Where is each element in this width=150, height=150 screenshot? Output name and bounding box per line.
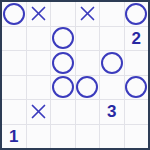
cell-r2c4[interactable] [76, 27, 100, 51]
cell-r3c6[interactable] [125, 51, 149, 75]
cell-r2c5[interactable] [100, 27, 124, 51]
cell-r1c2[interactable] [27, 2, 51, 26]
cell-r5c5: 3 [100, 100, 124, 124]
cell-r6c5[interactable] [100, 125, 124, 149]
cell-r1c1[interactable] [2, 2, 26, 26]
cell-r3c5[interactable] [100, 51, 124, 75]
mine-circle-mark [101, 52, 123, 74]
cell-r5c3[interactable] [51, 100, 75, 124]
clue-number: 3 [107, 103, 116, 120]
cell-r4c4[interactable] [76, 76, 100, 100]
cell-r6c4[interactable] [76, 125, 100, 149]
cell-r5c6[interactable] [125, 100, 149, 124]
cross-mark [31, 6, 46, 21]
cell-r6c3[interactable] [51, 125, 75, 149]
cell-r6c1: 1 [2, 125, 26, 149]
mine-circle-mark [52, 27, 74, 49]
cell-r4c5[interactable] [100, 76, 124, 100]
mine-circle-mark [125, 76, 147, 98]
cell-r2c6: 2 [125, 27, 149, 51]
mine-circle-mark [76, 76, 98, 98]
cell-r1c6[interactable] [125, 2, 149, 26]
puzzle-board: 231 [0, 0, 150, 150]
cell-r2c3[interactable] [51, 27, 75, 51]
cell-r6c2[interactable] [27, 125, 51, 149]
mine-circle-mark [52, 52, 74, 74]
cell-r3c1[interactable] [2, 51, 26, 75]
cell-r2c2[interactable] [27, 27, 51, 51]
mine-circle-mark [3, 3, 25, 25]
cell-r4c6[interactable] [125, 76, 149, 100]
clue-number: 2 [132, 30, 141, 47]
cross-mark [31, 104, 46, 119]
cell-r5c1[interactable] [2, 100, 26, 124]
cell-r3c2[interactable] [27, 51, 51, 75]
clue-number: 1 [9, 128, 18, 145]
mine-circle-mark [125, 3, 147, 25]
cross-mark [80, 6, 95, 21]
cell-r1c3[interactable] [51, 2, 75, 26]
cell-r4c1[interactable] [2, 76, 26, 100]
cell-r4c3[interactable] [51, 76, 75, 100]
cell-r5c2[interactable] [27, 100, 51, 124]
cell-r1c4[interactable] [76, 2, 100, 26]
cell-r1c5[interactable] [100, 2, 124, 26]
cell-r5c4[interactable] [76, 100, 100, 124]
cell-r6c6[interactable] [125, 125, 149, 149]
cell-r3c3[interactable] [51, 51, 75, 75]
cell-r2c1[interactable] [2, 27, 26, 51]
mine-circle-mark [52, 76, 74, 98]
cell-r3c4[interactable] [76, 51, 100, 75]
cell-r4c2[interactable] [27, 76, 51, 100]
